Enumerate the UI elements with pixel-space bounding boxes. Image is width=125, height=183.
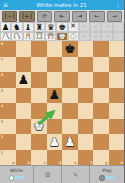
square-h8[interactable]	[109, 41, 125, 57]
side-to-move-toggle-thumb[interactable]	[9, 175, 15, 181]
square-e8[interactable]: ♚	[62, 41, 78, 57]
next-move-button[interactable]: →	[107, 11, 122, 22]
square-e5[interactable]	[62, 88, 78, 104]
square-f5[interactable]	[78, 88, 94, 104]
play-toggle[interactable]	[99, 175, 115, 180]
square-a4[interactable]: 4	[0, 103, 16, 119]
square-f3[interactable]	[78, 119, 94, 135]
palette-white-bishop-icon: ♝	[24, 32, 32, 41]
square-a6[interactable]: 6	[0, 72, 16, 88]
square-c2[interactable]	[31, 134, 47, 150]
side-to-move-toggle-section: White	[0, 166, 34, 183]
overflow-menu-icon[interactable]: ⋮	[115, 2, 121, 8]
file-label-d: d	[58, 160, 61, 165]
square-f8[interactable]	[78, 41, 94, 57]
disabled-tool: ✓	[90, 22, 101, 32]
palette-white-king-icon: ♚	[58, 32, 66, 41]
rank-label-5: 5	[1, 88, 4, 93]
toolbar: [−][+]⟳⇤⇥←→	[0, 10, 124, 22]
white-pawn-e2[interactable]: ♟	[62, 134, 78, 150]
square-h6[interactable]	[109, 72, 125, 88]
disabled-tool	[113, 32, 124, 42]
square-b6[interactable]: ♟	[16, 72, 32, 88]
dice-icon-section: ⚄	[34, 166, 62, 183]
square-b7[interactable]	[16, 57, 32, 73]
square-b5[interactable]	[16, 88, 32, 104]
side-to-move-toggle-label: White	[10, 169, 23, 174]
disabled-tool: ✓	[101, 22, 112, 32]
play-toggle-thumb[interactable]	[99, 175, 105, 181]
rank-label-3: 3	[1, 119, 4, 124]
square-g3[interactable]	[93, 119, 109, 135]
square-g6[interactable]	[93, 72, 109, 88]
rank-label-1: 1	[1, 150, 4, 155]
square-b3[interactable]	[16, 119, 32, 135]
square-c4[interactable]	[31, 103, 47, 119]
square-d8[interactable]	[47, 41, 63, 57]
last-move-button[interactable]: ⇥	[72, 11, 87, 22]
square-f6[interactable]	[78, 72, 94, 88]
rank-label-2: 2	[1, 134, 4, 139]
file-label-c: c	[43, 160, 45, 165]
palette-white-queen[interactable]: ♛	[45, 32, 56, 42]
rank-label-4: 4	[1, 103, 4, 108]
square-d7[interactable]	[47, 57, 63, 73]
move-tool-button[interactable]: ◌	[68, 32, 79, 42]
square-d1[interactable]: d	[47, 150, 63, 166]
palette-white-rook[interactable]: ♜	[34, 32, 45, 42]
square-d4[interactable]	[47, 103, 63, 119]
zoom-in-button[interactable]: [+]	[19, 11, 34, 22]
square-c7[interactable]	[31, 57, 47, 73]
previous-move-button[interactable]: ←	[89, 11, 104, 22]
file-label-f: f	[91, 160, 93, 165]
palette-white-knight[interactable]: ♞	[11, 32, 22, 42]
file-label-a: a	[12, 160, 15, 165]
palette-black-bishop-icon: ♝	[24, 23, 32, 32]
square-c6[interactable]	[31, 72, 47, 88]
square-f4[interactable]	[78, 103, 94, 119]
square-g4[interactable]	[93, 103, 109, 119]
chess-board: 8♚76♟5♟43♚2♟♟1abcdefgh	[0, 41, 124, 165]
delete-piece-button[interactable]: ✕	[68, 22, 79, 32]
square-e2[interactable]: ♟	[62, 134, 78, 150]
square-e4[interactable]	[62, 103, 78, 119]
white-king-c3[interactable]: ♚	[31, 119, 47, 135]
square-c8[interactable]	[31, 41, 47, 57]
file-label-b: b	[27, 160, 30, 165]
disabled-tool: ✓	[79, 32, 90, 42]
square-g1[interactable]: g	[93, 150, 109, 166]
palette-black-queen-icon: ♛	[47, 23, 55, 32]
rank-label-8: 8	[1, 41, 4, 46]
square-h7[interactable]	[109, 57, 125, 73]
square-f1[interactable]: f	[78, 150, 94, 166]
square-d6[interactable]	[47, 72, 63, 88]
square-d5[interactable]: ♟	[47, 88, 63, 104]
square-g5[interactable]	[93, 88, 109, 104]
palette-white-rook-icon: ♜	[36, 32, 44, 41]
square-a8[interactable]: 8	[0, 41, 16, 57]
white-piece-row: ♟♞♝♜♛♚◌✓✓✓	[0, 32, 124, 42]
palette-white-pawn[interactable]: ♟	[0, 32, 11, 42]
bottom-bar: White⚄✎Play	[0, 165, 124, 183]
pencil-icon-section: ✎	[62, 166, 90, 183]
square-f2[interactable]	[78, 134, 94, 150]
square-g7[interactable]	[93, 57, 109, 73]
disabled-tool: ✓	[101, 32, 112, 42]
square-e3[interactable]	[62, 119, 78, 135]
square-e6[interactable]	[62, 72, 78, 88]
square-b2[interactable]	[16, 134, 32, 150]
flip-board-button[interactable]: ⟳	[37, 11, 52, 22]
square-f7[interactable]	[78, 57, 94, 73]
palette-black-king-icon: ♚	[58, 23, 66, 32]
palette-black-rook-icon: ♜	[36, 23, 44, 32]
rank-label-6: 6	[1, 72, 4, 77]
square-c1[interactable]: c	[31, 150, 47, 166]
square-b1[interactable]: b	[16, 150, 32, 166]
palette-black-knight-icon: ♞	[13, 23, 21, 32]
play-toggle-section: Play	[90, 166, 124, 183]
palette-white-king[interactable]: ♚	[56, 32, 67, 42]
square-h5[interactable]	[109, 88, 125, 104]
square-e1[interactable]: e	[62, 150, 78, 166]
dice-icon[interactable]: ⚄	[45, 172, 50, 178]
palette-white-bishop[interactable]: ♝	[23, 32, 34, 42]
square-a2[interactable]: 2	[0, 134, 16, 150]
square-d2[interactable]: ♟	[47, 134, 63, 150]
palette-white-pawn-icon: ♟	[2, 32, 10, 41]
square-b4[interactable]	[16, 103, 32, 119]
square-e7[interactable]	[62, 57, 78, 73]
palette-white-knight-icon: ♞	[13, 32, 21, 41]
palette-white-queen-icon: ♛	[47, 32, 55, 41]
board-container: 8♚76♟5♟43♚2♟♟1abcdefgh	[0, 41, 124, 165]
rank-label-7: 7	[1, 57, 4, 62]
titlebar: ≡ White mates in 21 ⋮	[0, 0, 124, 10]
square-h3[interactable]	[109, 119, 125, 135]
square-a7[interactable]: 7	[0, 57, 16, 73]
square-g2[interactable]	[93, 134, 109, 150]
zoom-out-button[interactable]: [−]	[2, 11, 17, 22]
first-move-button[interactable]: ⇤	[54, 11, 69, 22]
square-c3[interactable]: ♚	[31, 119, 47, 135]
square-a3[interactable]: 3	[0, 119, 16, 135]
square-h4[interactable]	[109, 103, 125, 119]
square-h1[interactable]: h	[109, 150, 125, 166]
piece-palette: ♟♞♝♜♛♚✕✓✓✓♟♞♝♜♛♚◌✓✓✓	[0, 22, 124, 41]
palette-black-pawn-icon: ♟	[2, 23, 10, 32]
black-king-e8[interactable]: ♚	[62, 41, 78, 57]
square-a1[interactable]: 1a	[0, 150, 16, 166]
square-a5[interactable]: 5	[0, 88, 16, 104]
disabled-tool: ✓	[90, 32, 101, 42]
file-label-e: e	[74, 160, 77, 165]
file-label-h: h	[121, 160, 124, 165]
black-pawn-d5[interactable]: ♟	[47, 88, 63, 104]
disabled-tool	[113, 22, 124, 32]
black-pawn-b6[interactable]: ♟	[16, 72, 32, 88]
square-h2[interactable]	[109, 134, 125, 150]
disabled-tool: ✓	[79, 22, 90, 32]
pencil-icon[interactable]: ✎	[73, 172, 78, 178]
white-pawn-d2[interactable]: ♟	[47, 134, 63, 150]
square-d3[interactable]	[47, 119, 63, 135]
chess-setup-app: ≡ White mates in 21 ⋮ [−][+]⟳⇤⇥←→ ♟♞♝♜♛♚…	[0, 0, 124, 183]
side-to-move-toggle[interactable]	[9, 175, 25, 180]
page-title: White mates in 21	[36, 2, 86, 8]
square-b8[interactable]	[16, 41, 32, 57]
menu-icon[interactable]: ≡	[3, 2, 8, 8]
square-g8[interactable]	[93, 41, 109, 57]
file-label-g: g	[105, 160, 108, 165]
square-c5[interactable]	[31, 88, 47, 104]
play-toggle-label: Play	[102, 169, 111, 174]
